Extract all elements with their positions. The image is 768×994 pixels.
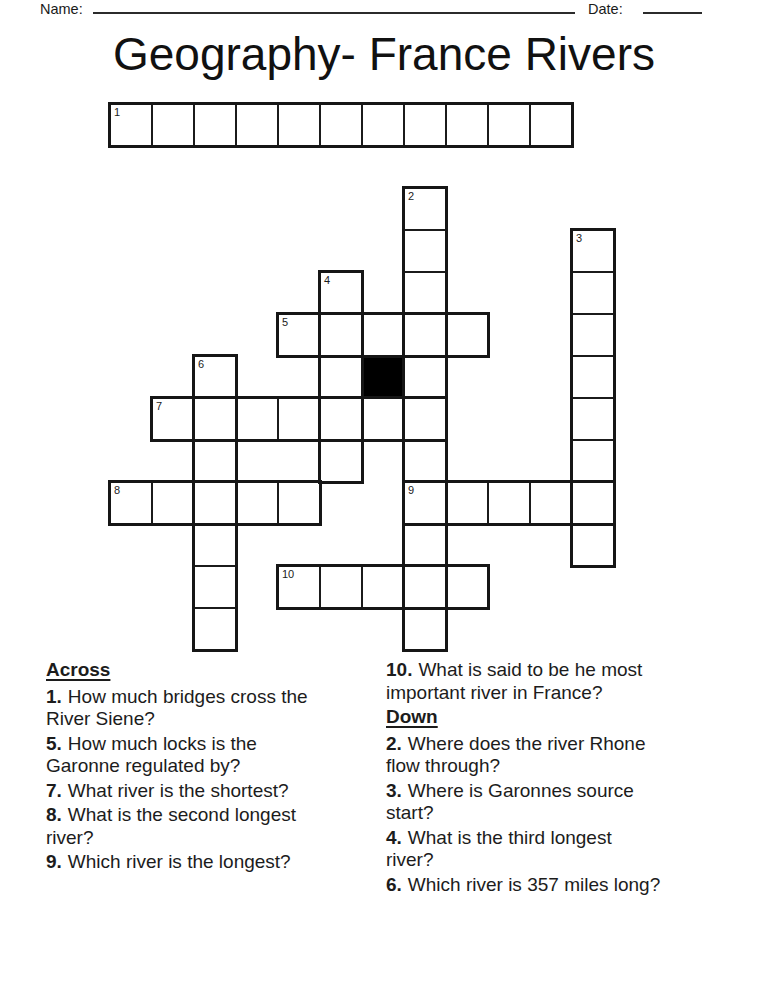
grid-cell[interactable]: [319, 313, 363, 357]
grid-cell[interactable]: [193, 607, 237, 651]
clue-text: What is the third longest river?: [386, 827, 612, 871]
grid-cell[interactable]: [529, 103, 573, 147]
clue-10: 10.What is said to be he most important …: [386, 659, 726, 704]
grid-cell[interactable]: [487, 103, 531, 147]
grid-cell[interactable]: [361, 313, 405, 357]
grid-cell[interactable]: [193, 103, 237, 147]
grid-cell[interactable]: [235, 103, 279, 147]
grid-cell[interactable]: [445, 565, 489, 609]
grid-cell[interactable]: 8: [109, 481, 153, 525]
grid-cell[interactable]: [361, 397, 405, 441]
grid-cell[interactable]: 10: [277, 565, 321, 609]
grid-cell[interactable]: [487, 481, 531, 525]
grid-cell[interactable]: 5: [277, 313, 321, 357]
grid-cell[interactable]: [193, 565, 237, 609]
grid-cell[interactable]: [235, 481, 279, 525]
grid-cell[interactable]: [193, 481, 237, 525]
grid-cell[interactable]: [193, 439, 237, 483]
grid-cell[interactable]: [403, 313, 447, 357]
clue-text: How much locks is the Garonne regulated …: [46, 733, 257, 777]
across-header: Across: [46, 659, 378, 682]
grid-cell[interactable]: [403, 439, 447, 483]
grid-cell[interactable]: [277, 103, 321, 147]
cell-number: 4: [324, 274, 330, 286]
clue-number: 1.: [46, 686, 62, 707]
cell-number: 5: [282, 316, 288, 328]
grid-cell[interactable]: [319, 355, 363, 399]
clue-number: 6.: [386, 874, 402, 895]
grid-cell[interactable]: [193, 397, 237, 441]
grid-cell[interactable]: [403, 229, 447, 273]
grid-cell[interactable]: [403, 397, 447, 441]
grid-cell[interactable]: [571, 355, 615, 399]
clue-7: 7.What river is the shortest?: [46, 780, 378, 803]
grid-cell[interactable]: [445, 313, 489, 357]
clue-text: What is said to be he most important riv…: [386, 659, 642, 703]
clue-3: 3.Where is Garonnes source start?: [386, 780, 726, 825]
grid-cell[interactable]: [403, 565, 447, 609]
page-title: Geography- France Rivers: [0, 28, 768, 80]
cell-number: 1: [114, 106, 120, 118]
clue-text: Which river is the longest?: [68, 851, 291, 872]
clue-number: 7.: [46, 780, 62, 801]
date-blank-line: [643, 12, 702, 14]
clue-number: 8.: [46, 804, 62, 825]
grid-cell[interactable]: [361, 565, 405, 609]
grid-cell[interactable]: [151, 481, 195, 525]
grid-cell[interactable]: 4: [319, 271, 363, 315]
date-label: Date:: [588, 1, 623, 18]
grid-cell[interactable]: [571, 397, 615, 441]
clue-text: What is the second longest river?: [46, 804, 296, 848]
grid-cell[interactable]: [403, 355, 447, 399]
grid-cell[interactable]: 7: [151, 397, 195, 441]
grid-cell[interactable]: [403, 523, 447, 567]
grid-cell[interactable]: [403, 271, 447, 315]
cell-number: 6: [198, 358, 204, 370]
grid-cell[interactable]: [571, 439, 615, 483]
grid-cell[interactable]: [571, 523, 615, 567]
grid-cell[interactable]: [193, 523, 237, 567]
grid-cell[interactable]: [445, 103, 489, 147]
grid-cell[interactable]: [571, 481, 615, 525]
clue-2: 2.Where does the river Rhone flow throug…: [386, 733, 726, 778]
clues-column-left: Across1.How much bridges cross the River…: [46, 659, 378, 876]
grid-cell[interactable]: 9: [403, 481, 447, 525]
grid-cell[interactable]: 2: [403, 187, 447, 231]
clue-text: What river is the shortest?: [68, 780, 289, 801]
grid-cell[interactable]: [319, 565, 363, 609]
clue-6: 6.Which river is 357 miles long?: [386, 874, 726, 897]
cell-number: 9: [408, 484, 414, 496]
grid-cell[interactable]: [277, 397, 321, 441]
cell-number: 7: [156, 400, 162, 412]
clue-text: Where is Garonnes source start?: [386, 780, 634, 824]
down-header: Down: [386, 706, 726, 729]
grid-cell[interactable]: [319, 397, 363, 441]
name-label: Name:: [40, 1, 83, 18]
grid-cell[interactable]: 3: [571, 229, 615, 273]
clue-5: 5.How much locks is the Garonne regulate…: [46, 733, 378, 778]
grid-cell[interactable]: 1: [109, 103, 153, 147]
clue-number: 5.: [46, 733, 62, 754]
grid-cell[interactable]: [319, 439, 363, 483]
grid-cell[interactable]: [445, 481, 489, 525]
clue-number: 3.: [386, 780, 402, 801]
clue-text: Which river is 357 miles long?: [408, 874, 660, 895]
clue-1: 1.How much bridges cross the River Siene…: [46, 686, 378, 731]
grid-cell[interactable]: [571, 271, 615, 315]
cell-number: 8: [114, 484, 120, 496]
clue-number: 10.: [386, 659, 412, 680]
grid-cell[interactable]: [403, 103, 447, 147]
grid-cell[interactable]: [403, 607, 447, 651]
grid-cell[interactable]: [235, 397, 279, 441]
clues-column-right: 10.What is said to be he most important …: [386, 659, 726, 898]
clue-number: 4.: [386, 827, 402, 848]
clue-number: 9.: [46, 851, 62, 872]
grid-cell[interactable]: [319, 103, 363, 147]
name-blank-line: [93, 12, 575, 14]
grid-cell-black: [361, 355, 405, 399]
clue-9: 9.Which river is the longest?: [46, 851, 378, 874]
grid-cell[interactable]: 6: [193, 355, 237, 399]
crossword-grid: 12345678910: [110, 104, 614, 650]
grid-cell[interactable]: [277, 481, 321, 525]
grid-cell[interactable]: [151, 103, 195, 147]
grid-cell[interactable]: [571, 313, 615, 357]
cell-number: 2: [408, 190, 414, 202]
grid-cell[interactable]: [529, 481, 573, 525]
clue-4: 4.What is the third longest river?: [386, 827, 726, 872]
clue-number: 2.: [386, 733, 402, 754]
grid-cell[interactable]: [361, 103, 405, 147]
cell-number: 10: [282, 568, 294, 580]
clue-text: How much bridges cross the River Siene?: [46, 686, 308, 730]
clue-text: Where does the river Rhone flow through?: [386, 733, 645, 777]
cell-number: 3: [576, 232, 582, 244]
clue-8: 8.What is the second longest river?: [46, 804, 378, 849]
